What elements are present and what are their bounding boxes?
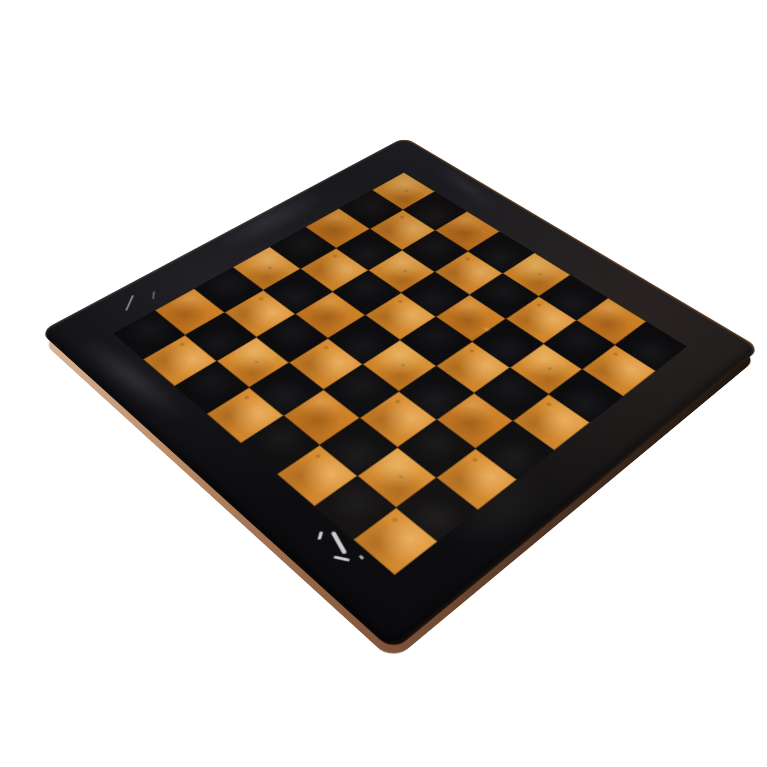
square-f5 <box>436 342 509 393</box>
square-f2 <box>319 417 397 475</box>
square-e4 <box>363 340 436 391</box>
square-f4 <box>399 366 474 419</box>
square-h3 <box>437 449 517 510</box>
square-h1 <box>353 508 437 575</box>
square-h5 <box>513 394 590 450</box>
square-h2 <box>396 478 478 542</box>
square-h6 <box>549 369 624 423</box>
marble-scratch <box>152 291 155 299</box>
marble-scratch <box>333 555 350 561</box>
square-g2 <box>357 447 437 508</box>
square-f1 <box>277 445 357 506</box>
square-b1 <box>143 335 216 386</box>
square-d3 <box>289 338 362 389</box>
square-c1 <box>174 361 249 414</box>
photo-canvas <box>0 0 767 767</box>
marble-scratch <box>317 531 323 540</box>
square-g5 <box>474 367 549 420</box>
playing-field <box>113 172 687 575</box>
square-d1 <box>207 388 284 444</box>
square-e2 <box>283 389 360 445</box>
square-g3 <box>398 419 476 477</box>
chessboard <box>39 137 760 652</box>
square-g6 <box>509 343 582 394</box>
marble-scratch <box>331 530 348 554</box>
square-c2 <box>216 337 289 388</box>
square-g4 <box>437 393 514 449</box>
square-h7 <box>583 345 656 396</box>
square-e3 <box>324 364 399 417</box>
board-top-face <box>39 137 760 652</box>
square-d2 <box>249 362 324 415</box>
square-e1 <box>241 416 319 474</box>
square-g1 <box>314 476 396 540</box>
square-f3 <box>360 391 437 447</box>
marble-scratch <box>359 555 365 561</box>
marble-vein <box>427 453 570 565</box>
square-h4 <box>476 421 554 479</box>
marble-scratch <box>125 295 134 310</box>
